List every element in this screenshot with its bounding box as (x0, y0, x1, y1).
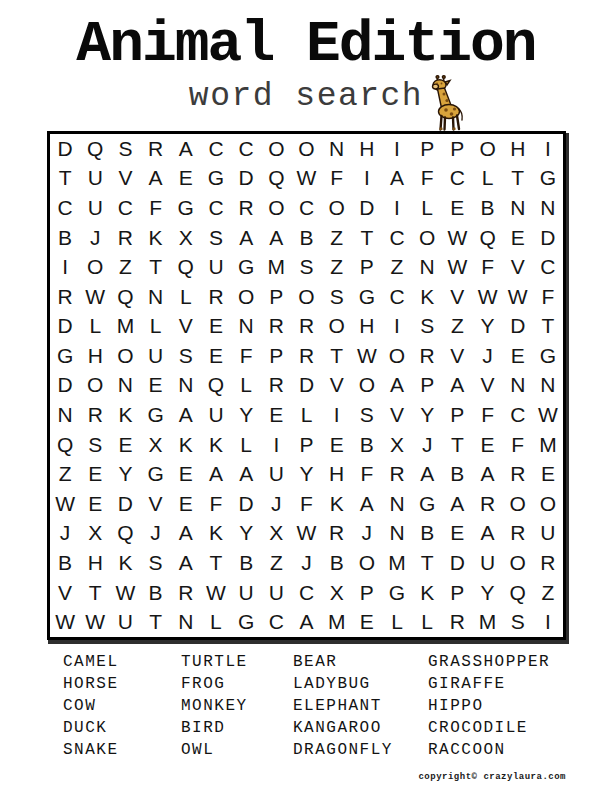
grid-cell-r3c15[interactable]: B (472, 193, 502, 223)
grid-cell-r10c9[interactable]: L (291, 400, 321, 430)
grid-cell-r6c1[interactable]: R (50, 282, 80, 312)
grid-cell-r6c17[interactable]: F (533, 282, 563, 312)
grid-cell-r5c8[interactable]: M (261, 252, 291, 282)
grid-cell-r10c2[interactable]: R (80, 400, 110, 430)
grid-cell-r7c15[interactable]: Y (472, 312, 502, 342)
grid-cell-r7c13[interactable]: S (412, 312, 442, 342)
grid-cell-r5c1[interactable]: I (50, 252, 80, 282)
grid-cell-r8c9[interactable]: R (291, 341, 321, 371)
grid-cell-r8c15[interactable]: J (472, 341, 502, 371)
grid-cell-r3c16[interactable]: N (503, 193, 533, 223)
grid-cell-r15c4[interactable]: S (141, 548, 171, 578)
grid-cell-r5c17[interactable]: C (533, 252, 563, 282)
grid-cell-r14c13[interactable]: B (412, 519, 442, 549)
grid-cell-r7c1[interactable]: D (50, 312, 80, 342)
grid-cell-r13c2[interactable]: E (80, 489, 110, 519)
grid-cell-r11c10[interactable]: E (322, 430, 352, 460)
grid-cell-r3c7[interactable]: R (231, 193, 261, 223)
grid-cell-r16c7[interactable]: U (231, 578, 261, 608)
grid-cell-r10c8[interactable]: E (261, 400, 291, 430)
grid-cell-r6c7[interactable]: O (231, 282, 261, 312)
grid-cell-r3c9[interactable]: C (291, 193, 321, 223)
grid-cell-r14c15[interactable]: A (472, 519, 502, 549)
grid-cell-r12c13[interactable]: A (412, 459, 442, 489)
grid-cell-r3c8[interactable]: O (261, 193, 291, 223)
grid-cell-r13c7[interactable]: D (231, 489, 261, 519)
grid-cell-r3c2[interactable]: U (80, 193, 110, 223)
grid-cell-r5c12[interactable]: Z (382, 252, 412, 282)
grid-cell-r6c3[interactable]: Q (110, 282, 140, 312)
grid-cell-r16c5[interactable]: R (171, 578, 201, 608)
grid-cell-r7c10[interactable]: O (322, 312, 352, 342)
grid-cell-r14c2[interactable]: X (80, 519, 110, 549)
grid-cell-r4c1[interactable]: B (50, 223, 80, 253)
grid-cell-r2c3[interactable]: V (110, 164, 140, 194)
grid-cell-r3c4[interactable]: F (141, 193, 171, 223)
grid-cell-r15c7[interactable]: B (231, 548, 261, 578)
grid-cell-r14c1[interactable]: J (50, 519, 80, 549)
grid-cell-r13c13[interactable]: G (412, 489, 442, 519)
grid-cell-r12c2[interactable]: E (80, 459, 110, 489)
grid-cell-r5c13[interactable]: N (412, 252, 442, 282)
grid-cell-r4c12[interactable]: C (382, 223, 412, 253)
grid-cell-r17c13[interactable]: L (412, 607, 442, 637)
grid-cell-r11c7[interactable]: L (231, 430, 261, 460)
grid-cell-r15c2[interactable]: H (80, 548, 110, 578)
grid-cell-r17c7[interactable]: G (231, 607, 261, 637)
grid-cell-r17c4[interactable]: T (141, 607, 171, 637)
grid-cell-r7c11[interactable]: H (352, 312, 382, 342)
grid-cell-r11c13[interactable]: J (412, 430, 442, 460)
grid-cell-r15c10[interactable]: B (322, 548, 352, 578)
grid-cell-r14c14[interactable]: E (442, 519, 472, 549)
grid-cell-r13c9[interactable]: F (291, 489, 321, 519)
grid-cell-r5c14[interactable]: W (442, 252, 472, 282)
grid-cell-r9c14[interactable]: A (442, 371, 472, 401)
grid-cell-r8c7[interactable]: F (231, 341, 261, 371)
grid-cell-r7c8[interactable]: R (261, 312, 291, 342)
grid-cell-r11c4[interactable]: X (141, 430, 171, 460)
grid-cell-r14c11[interactable]: J (352, 519, 382, 549)
grid-cell-r12c6[interactable]: A (201, 459, 231, 489)
grid-cell-r10c11[interactable]: S (352, 400, 382, 430)
grid-cell-r4c14[interactable]: W (442, 223, 472, 253)
grid-cell-r15c6[interactable]: T (201, 548, 231, 578)
grid-cell-r8c13[interactable]: R (412, 341, 442, 371)
grid-cell-r14c8[interactable]: X (261, 519, 291, 549)
grid-cell-r12c5[interactable]: E (171, 459, 201, 489)
grid-cell-r16c8[interactable]: U (261, 578, 291, 608)
grid-cell-r2c4[interactable]: A (141, 164, 171, 194)
grid-cell-r8c17[interactable]: G (533, 341, 563, 371)
grid-cell-r2c7[interactable]: D (231, 164, 261, 194)
grid-cell-r1c1[interactable]: D (50, 134, 80, 164)
grid-cell-r17c1[interactable]: W (50, 607, 80, 637)
word-duck: DUCK (63, 717, 119, 739)
grid-cell-r1c16[interactable]: H (503, 134, 533, 164)
grid-cell-r3c17[interactable]: N (533, 193, 563, 223)
grid-cell-r15c17[interactable]: R (533, 548, 563, 578)
grid-cell-r16c1[interactable]: V (50, 578, 80, 608)
word-giraffe: GIRAFFE (428, 673, 550, 695)
grid-cell-r4c7[interactable]: A (231, 223, 261, 253)
grid-cell-r17c8[interactable]: C (261, 607, 291, 637)
grid-cell-r4c16[interactable]: E (503, 223, 533, 253)
grid-cell-r8c4[interactable]: U (141, 341, 171, 371)
grid-cell-r7c7[interactable]: N (231, 312, 261, 342)
grid-cell-r10c4[interactable]: G (141, 400, 171, 430)
grid-cell-r9c9[interactable]: D (291, 371, 321, 401)
grid-cell-r16c12[interactable]: G (382, 578, 412, 608)
grid-cell-r17c11[interactable]: E (352, 607, 382, 637)
grid-cell-r5c15[interactable]: F (472, 252, 502, 282)
grid-cell-r15c12[interactable]: M (382, 548, 412, 578)
grid-cell-r12c15[interactable]: A (472, 459, 502, 489)
grid-cell-r13c1[interactable]: W (50, 489, 80, 519)
grid-cell-r15c8[interactable]: Z (261, 548, 291, 578)
grid-cell-r11c6[interactable]: K (201, 430, 231, 460)
grid-cell-r3c1[interactable]: C (50, 193, 80, 223)
grid-cell-r6c4[interactable]: N (141, 282, 171, 312)
grid-cell-r15c11[interactable]: O (352, 548, 382, 578)
grid-cell-r14c10[interactable]: R (322, 519, 352, 549)
grid-cell-r10c1[interactable]: N (50, 400, 80, 430)
grid-cell-r8c8[interactable]: P (261, 341, 291, 371)
grid-cell-r7c12[interactable]: I (382, 312, 412, 342)
grid-cell-r9c5[interactable]: N (171, 371, 201, 401)
grid-cell-r13c16[interactable]: O (503, 489, 533, 519)
grid-cell-r13c15[interactable]: R (472, 489, 502, 519)
word-list: CAMELHORSECOWDUCKSNAKE TURTLEFROGMONKEYB… (0, 651, 612, 766)
grid-cell-r16c10[interactable]: X (322, 578, 352, 608)
grid-cell-r9c4[interactable]: E (141, 371, 171, 401)
grid-cell-r5c3[interactable]: Z (110, 252, 140, 282)
grid-cell-r5c7[interactable]: G (231, 252, 261, 282)
grid-cell-r5c10[interactable]: Z (322, 252, 352, 282)
grid-cell-r3c5[interactable]: G (171, 193, 201, 223)
grid-cell-r2c2[interactable]: U (80, 164, 110, 194)
grid-cell-r8c2[interactable]: H (80, 341, 110, 371)
grid-cell-r4c3[interactable]: R (110, 223, 140, 253)
grid-cell-r13c12[interactable]: N (382, 489, 412, 519)
grid-cell-r3c11[interactable]: D (352, 193, 382, 223)
grid-cell-r14c3[interactable]: Q (110, 519, 140, 549)
grid-cell-r12c7[interactable]: A (231, 459, 261, 489)
grid-cell-r8c5[interactable]: S (171, 341, 201, 371)
grid-cell-r17c12[interactable]: L (382, 607, 412, 637)
grid-cell-r3c6[interactable]: C (201, 193, 231, 223)
grid-cell-r5c11[interactable]: P (352, 252, 382, 282)
grid-cell-r7c14[interactable]: Z (442, 312, 472, 342)
grid-cell-r1c13[interactable]: P (412, 134, 442, 164)
grid-cell-r15c15[interactable]: U (472, 548, 502, 578)
grid-cell-r11c15[interactable]: E (472, 430, 502, 460)
grid-cell-r6c12[interactable]: C (382, 282, 412, 312)
grid-cell-r2c1[interactable]: T (50, 164, 80, 194)
grid-cell-r11c9[interactable]: P (291, 430, 321, 460)
grid-cell-r9c15[interactable]: V (472, 371, 502, 401)
grid-cell-r12c11[interactable]: F (352, 459, 382, 489)
grid-cell-r13c6[interactable]: F (201, 489, 231, 519)
grid-cell-r9c6[interactable]: Q (201, 371, 231, 401)
grid-cell-r7c9[interactable]: R (291, 312, 321, 342)
grid-cell-r9c11[interactable]: O (352, 371, 382, 401)
grid-cell-r14c6[interactable]: K (201, 519, 231, 549)
grid-cell-r9c10[interactable]: V (322, 371, 352, 401)
grid-cell-r6c6[interactable]: R (201, 282, 231, 312)
grid-cell-r15c16[interactable]: O (503, 548, 533, 578)
grid-cell-r15c13[interactable]: T (412, 548, 442, 578)
grid-cell-r9c7[interactable]: L (231, 371, 261, 401)
word-grasshopper: GRASSHOPPER (428, 651, 550, 673)
grid-cell-r16c9[interactable]: C (291, 578, 321, 608)
grid-cell-r1c11[interactable]: H (352, 134, 382, 164)
grid-cell-r7c4[interactable]: L (141, 312, 171, 342)
grid-cell-r1c2[interactable]: Q (80, 134, 110, 164)
grid-cell-r17c16[interactable]: S (503, 607, 533, 637)
grid-cell-r13c5[interactable]: E (171, 489, 201, 519)
grid-cell-r17c15[interactable]: M (472, 607, 502, 637)
grid-cell-r10c5[interactable]: A (171, 400, 201, 430)
grid-cell-r17c6[interactable]: L (201, 607, 231, 637)
grid-cell-r11c11[interactable]: B (352, 430, 382, 460)
grid-cell-r12c3[interactable]: Y (110, 459, 140, 489)
grid-cell-r1c15[interactable]: O (472, 134, 502, 164)
grid-cell-r6c15[interactable]: W (472, 282, 502, 312)
grid-cell-r17c5[interactable]: N (171, 607, 201, 637)
grid-cell-r8c14[interactable]: V (442, 341, 472, 371)
grid-cell-r5c16[interactable]: V (503, 252, 533, 282)
word-ladybug: LADYBUG (293, 673, 393, 695)
grid-cell-r5c2[interactable]: O (80, 252, 110, 282)
grid-cell-r2c10[interactable]: F (322, 164, 352, 194)
grid-cell-r4c6[interactable]: S (201, 223, 231, 253)
grid-cell-r1c14[interactable]: P (442, 134, 472, 164)
grid-cell-r11c12[interactable]: X (382, 430, 412, 460)
grid-cell-r12c1[interactable]: Z (50, 459, 80, 489)
grid-cell-r14c7[interactable]: Y (231, 519, 261, 549)
grid-cell-r1c4[interactable]: R (141, 134, 171, 164)
grid-cell-r17c17[interactable]: I (533, 607, 563, 637)
grid-cell-r6c9[interactable]: O (291, 282, 321, 312)
grid-cell-r2c13[interactable]: F (412, 164, 442, 194)
word-snake: SNAKE (63, 739, 119, 761)
word-crocodile: CROCODILE (428, 717, 550, 739)
grid-cell-r16c17[interactable]: Z (533, 578, 563, 608)
grid-cell-r17c2[interactable]: W (80, 607, 110, 637)
grid-cell-r11c5[interactable]: K (171, 430, 201, 460)
grid-cell-r16c15[interactable]: Y (472, 578, 502, 608)
grid-cell-r10c15[interactable]: F (472, 400, 502, 430)
grid-cell-r6c2[interactable]: W (80, 282, 110, 312)
grid-cell-r3c10[interactable]: O (322, 193, 352, 223)
grid-cell-r12c9[interactable]: Y (291, 459, 321, 489)
grid-cell-r13c8[interactable]: J (261, 489, 291, 519)
grid-cell-r7c6[interactable]: E (201, 312, 231, 342)
grid-cell-r9c1[interactable]: D (50, 371, 80, 401)
word-frog: FROG (181, 673, 248, 695)
grid-cell-r2c15[interactable]: L (472, 164, 502, 194)
grid-cell-r12c10[interactable]: H (322, 459, 352, 489)
grid-cell-r15c1[interactable]: B (50, 548, 80, 578)
grid-cell-r16c6[interactable]: W (201, 578, 231, 608)
grid-cell-r7c16[interactable]: D (503, 312, 533, 342)
grid-cell-r10c12[interactable]: V (382, 400, 412, 430)
grid-cell-r10c3[interactable]: K (110, 400, 140, 430)
grid-cell-r3c3[interactable]: C (110, 193, 140, 223)
grid-cell-r12c17[interactable]: E (533, 459, 563, 489)
grid-cell-r16c14[interactable]: P (442, 578, 472, 608)
grid-cell-r12c8[interactable]: U (261, 459, 291, 489)
grid-cell-r10c10[interactable]: I (322, 400, 352, 430)
grid-cell-r12c4[interactable]: G (141, 459, 171, 489)
grid-cell-r8c10[interactable]: T (322, 341, 352, 371)
grid-cell-r15c3[interactable]: K (110, 548, 140, 578)
grid-cell-r4c13[interactable]: O (412, 223, 442, 253)
grid-cell-r17c14[interactable]: R (442, 607, 472, 637)
grid-cell-r2c14[interactable]: C (442, 164, 472, 194)
grid-cell-r5c5[interactable]: Q (171, 252, 201, 282)
grid-cell-r13c10[interactable]: K (322, 489, 352, 519)
grid-cell-r16c3[interactable]: W (110, 578, 140, 608)
grid-cell-r10c13[interactable]: Y (412, 400, 442, 430)
grid-cell-r16c13[interactable]: K (412, 578, 442, 608)
grid-cell-r2c16[interactable]: T (503, 164, 533, 194)
grid-cell-r16c4[interactable]: B (141, 578, 171, 608)
grid-cell-r12c14[interactable]: B (442, 459, 472, 489)
grid-cell-r5c6[interactable]: U (201, 252, 231, 282)
grid-cell-r10c17[interactable]: W (533, 400, 563, 430)
grid-cell-r3c14[interactable]: E (442, 193, 472, 223)
grid-cell-r6c10[interactable]: S (322, 282, 352, 312)
grid-cell-r3c12[interactable]: I (382, 193, 412, 223)
grid-cell-r5c4[interactable]: T (141, 252, 171, 282)
grid-cell-r1c10[interactable]: N (322, 134, 352, 164)
grid-cell-r9c2[interactable]: O (80, 371, 110, 401)
grid-cell-r4c9[interactable]: B (291, 223, 321, 253)
grid-cell-r17c3[interactable]: U (110, 607, 140, 637)
grid-cell-r1c3[interactable]: S (110, 134, 140, 164)
grid-cell-r6c13[interactable]: K (412, 282, 442, 312)
grid-cell-r11c1[interactable]: Q (50, 430, 80, 460)
grid-cell-r13c3[interactable]: D (110, 489, 140, 519)
grid-cell-r2c6[interactable]: G (201, 164, 231, 194)
grid-cell-r8c16[interactable]: E (503, 341, 533, 371)
grid-cell-r17c9[interactable]: A (291, 607, 321, 637)
grid-cell-r4c8[interactable]: A (261, 223, 291, 253)
grid-cell-r2c12[interactable]: A (382, 164, 412, 194)
grid-cell-r4c17[interactable]: D (533, 223, 563, 253)
grid-cell-r1c8[interactable]: O (261, 134, 291, 164)
grid-cell-r8c12[interactable]: O (382, 341, 412, 371)
grid-cell-r9c13[interactable]: P (412, 371, 442, 401)
grid-cell-r4c2[interactable]: J (80, 223, 110, 253)
grid-cell-r4c10[interactable]: Z (322, 223, 352, 253)
grid-cell-r12c12[interactable]: R (382, 459, 412, 489)
grid-cell-r11c14[interactable]: T (442, 430, 472, 460)
grid-cell-r7c3[interactable]: M (110, 312, 140, 342)
grid-cell-r16c16[interactable]: Q (503, 578, 533, 608)
grid-cell-r13c4[interactable]: V (141, 489, 171, 519)
grid-cell-r16c2[interactable]: T (80, 578, 110, 608)
grid-cell-r7c5[interactable]: V (171, 312, 201, 342)
grid-cell-r4c11[interactable]: T (352, 223, 382, 253)
grid-cell-r2c9[interactable]: W (291, 164, 321, 194)
grid-cell-r1c12[interactable]: I (382, 134, 412, 164)
grid-cell-r14c5[interactable]: A (171, 519, 201, 549)
grid-cell-r7c17[interactable]: T (533, 312, 563, 342)
grid-cell-r16c11[interactable]: P (352, 578, 382, 608)
grid-cell-r6c8[interactable]: P (261, 282, 291, 312)
grid-cell-r14c16[interactable]: R (503, 519, 533, 549)
grid-cell-r15c14[interactable]: D (442, 548, 472, 578)
grid-cell-r9c17[interactable]: N (533, 371, 563, 401)
grid-cell-r14c12[interactable]: N (382, 519, 412, 549)
grid-cell-r2c17[interactable]: G (533, 164, 563, 194)
grid-cell-r2c8[interactable]: Q (261, 164, 291, 194)
grid-cell-r7c2[interactable]: L (80, 312, 110, 342)
grid-cell-r1c17[interactable]: I (533, 134, 563, 164)
grid-cell-r13c14[interactable]: A (442, 489, 472, 519)
grid-cell-r2c5[interactable]: E (171, 164, 201, 194)
grid-cell-r14c4[interactable]: J (141, 519, 171, 549)
grid-cell-r1c6[interactable]: C (201, 134, 231, 164)
grid-cell-r5c9[interactable]: S (291, 252, 321, 282)
word-hippo: HIPPO (428, 695, 550, 717)
grid-cell-r6c14[interactable]: V (442, 282, 472, 312)
grid-cell-r11c8[interactable]: I (261, 430, 291, 460)
grid-cell-r11c16[interactable]: F (503, 430, 533, 460)
grid-cell-r9c3[interactable]: N (110, 371, 140, 401)
grid-cell-r3c13[interactable]: L (412, 193, 442, 223)
grid-cell-r6c5[interactable]: L (171, 282, 201, 312)
grid-cell-r10c14[interactable]: P (442, 400, 472, 430)
grid-cell-r2c11[interactable]: I (352, 164, 382, 194)
grid-cell-r6c16[interactable]: W (503, 282, 533, 312)
grid-cell-r9c16[interactable]: N (503, 371, 533, 401)
grid-cell-r14c9[interactable]: W (291, 519, 321, 549)
grid-cell-r9c12[interactable]: A (382, 371, 412, 401)
grid-cell-r4c15[interactable]: Q (472, 223, 502, 253)
grid-cell-r9c8[interactable]: R (261, 371, 291, 401)
grid-cell-r8c1[interactable]: G (50, 341, 80, 371)
grid-cell-r12c16[interactable]: R (503, 459, 533, 489)
grid-cell-r17c10[interactable]: M (322, 607, 352, 637)
grid-cell-r1c7[interactable]: C (231, 134, 261, 164)
grid-cell-r10c16[interactable]: C (503, 400, 533, 430)
grid-cell-r15c9[interactable]: J (291, 548, 321, 578)
grid-cell-r11c2[interactable]: S (80, 430, 110, 460)
grid-cell-r4c4[interactable]: K (141, 223, 171, 253)
grid-cell-r8c6[interactable]: E (201, 341, 231, 371)
grid-cell-r13c11[interactable]: A (352, 489, 382, 519)
grid-cell-r6c11[interactable]: G (352, 282, 382, 312)
grid-cell-r10c7[interactable]: Y (231, 400, 261, 430)
word-horse: HORSE (63, 673, 119, 695)
grid-cell-r14c17[interactable]: U (533, 519, 563, 549)
grid-cell-r11c3[interactable]: E (110, 430, 140, 460)
grid-cell-r8c11[interactable]: W (352, 341, 382, 371)
grid-cell-r15c5[interactable]: A (171, 548, 201, 578)
grid-cell-r13c17[interactable]: O (533, 489, 563, 519)
grid-cell-r11c17[interactable]: M (533, 430, 563, 460)
grid-cell-r4c5[interactable]: X (171, 223, 201, 253)
grid-cell-r1c5[interactable]: A (171, 134, 201, 164)
word-bear: BEAR (293, 651, 393, 673)
grid-cell-r1c9[interactable]: O (291, 134, 321, 164)
grid-cell-r10c6[interactable]: U (201, 400, 231, 430)
grid-cell-r8c3[interactable]: O (110, 341, 140, 371)
